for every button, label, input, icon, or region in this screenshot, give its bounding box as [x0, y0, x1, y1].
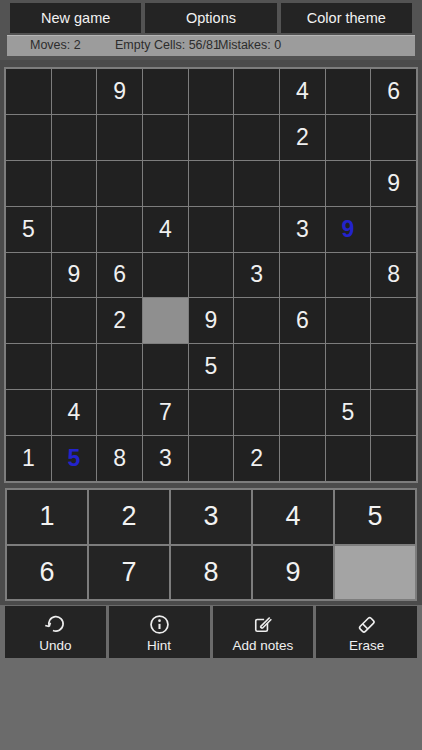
cell-r4c2[interactable] [52, 207, 97, 252]
cell-r3c3[interactable] [97, 161, 142, 206]
cell-r8c9[interactable] [371, 390, 416, 435]
cell-r8c3[interactable] [97, 390, 142, 435]
cell-r5c8[interactable] [326, 253, 371, 298]
cell-r2c5[interactable] [189, 115, 234, 160]
cell-r4c6[interactable] [234, 207, 279, 252]
add-notes-icon [249, 611, 276, 638]
cell-r2c3[interactable] [97, 115, 142, 160]
moves-counter: Moves: 2 [30, 35, 81, 56]
cell-r9c2[interactable]: 5 [52, 436, 97, 481]
cell-r9c9[interactable] [371, 436, 416, 481]
cell-r3c1[interactable] [6, 161, 51, 206]
cell-r6c6[interactable] [234, 298, 279, 343]
sudoku-board: 9462954399638296547515832 [4, 67, 418, 483]
top-section: New game Options Color theme Moves: 2 Em… [0, 0, 422, 60]
cell-r8c8[interactable]: 5 [326, 390, 371, 435]
cell-r3c4[interactable] [143, 161, 188, 206]
cell-r9c1[interactable]: 1 [6, 436, 51, 481]
cell-r6c2[interactable] [52, 298, 97, 343]
cell-r3c9[interactable]: 9 [371, 161, 416, 206]
cell-r5c2[interactable]: 9 [52, 253, 97, 298]
cell-r8c1[interactable] [6, 390, 51, 435]
numpad-key-2[interactable]: 2 [89, 490, 169, 544]
cell-r8c7[interactable] [280, 390, 325, 435]
cell-r5c3[interactable]: 6 [97, 253, 142, 298]
status-bar: Moves: 2 Empty Cells: 56/81 Mistakes: 0 [7, 35, 415, 56]
cell-r1c4[interactable] [143, 69, 188, 114]
bottom-toolbar: Undo Hint Add notes [5, 606, 417, 658]
cell-r7c3[interactable] [97, 344, 142, 389]
cell-r4c3[interactable] [97, 207, 142, 252]
cell-r9c4[interactable]: 3 [143, 436, 188, 481]
erase-button[interactable]: Erase [316, 606, 417, 658]
erase-label: Erase [349, 639, 384, 653]
cell-r9c8[interactable] [326, 436, 371, 481]
cell-r1c7[interactable]: 4 [280, 69, 325, 114]
cell-r1c2[interactable] [52, 69, 97, 114]
numpad-key-6[interactable]: 6 [7, 546, 87, 600]
erase-icon [353, 611, 380, 638]
add-notes-label: Add notes [232, 639, 293, 653]
numpad-key-1[interactable]: 1 [7, 490, 87, 544]
cell-r4c7[interactable]: 3 [280, 207, 325, 252]
cell-r8c6[interactable] [234, 390, 279, 435]
cell-r2c6[interactable] [234, 115, 279, 160]
hint-button[interactable]: Hint [109, 606, 210, 658]
hint-label: Hint [147, 639, 171, 653]
cell-r4c5[interactable] [189, 207, 234, 252]
cell-r3c7[interactable] [280, 161, 325, 206]
cell-r8c5[interactable] [189, 390, 234, 435]
numpad-key-5[interactable]: 5 [335, 490, 415, 544]
cell-r5c5[interactable] [189, 253, 234, 298]
cell-r2c8[interactable] [326, 115, 371, 160]
cell-r5c1[interactable] [6, 253, 51, 298]
cell-r3c2[interactable] [52, 161, 97, 206]
cell-r7c9[interactable] [371, 344, 416, 389]
cell-r6c8[interactable] [326, 298, 371, 343]
cell-r7c7[interactable] [280, 344, 325, 389]
cell-r7c8[interactable] [326, 344, 371, 389]
numpad-key-blank [335, 546, 415, 600]
cell-r3c8[interactable] [326, 161, 371, 206]
cell-r7c6[interactable] [234, 344, 279, 389]
cell-r5c9[interactable]: 8 [371, 253, 416, 298]
cell-r6c5[interactable]: 9 [189, 298, 234, 343]
cell-r5c4[interactable] [143, 253, 188, 298]
undo-button[interactable]: Undo [5, 606, 106, 658]
cell-r8c2[interactable]: 4 [52, 390, 97, 435]
new-game-button[interactable]: New game [10, 3, 141, 33]
cell-r6c9[interactable] [371, 298, 416, 343]
cell-r7c1[interactable] [6, 344, 51, 389]
cell-r3c6[interactable] [234, 161, 279, 206]
cell-r9c5[interactable] [189, 436, 234, 481]
numpad-key-8[interactable]: 8 [171, 546, 251, 600]
number-pad: 123456789 [5, 488, 417, 601]
color-theme-button[interactable]: Color theme [281, 3, 412, 33]
cell-r4c1[interactable]: 5 [6, 207, 51, 252]
cell-r3c5[interactable] [189, 161, 234, 206]
numpad-key-7[interactable]: 7 [89, 546, 169, 600]
cell-r6c1[interactable] [6, 298, 51, 343]
cell-r1c9[interactable]: 6 [371, 69, 416, 114]
cell-r1c1[interactable] [6, 69, 51, 114]
top-menu-bar: New game Options Color theme [10, 3, 412, 33]
cell-r5c7[interactable] [280, 253, 325, 298]
cell-r7c4[interactable] [143, 344, 188, 389]
cell-r1c3[interactable]: 9 [97, 69, 142, 114]
cell-r5c6[interactable]: 3 [234, 253, 279, 298]
numpad-key-4[interactable]: 4 [253, 490, 333, 544]
add-notes-button[interactable]: Add notes [213, 606, 314, 658]
cell-r6c7[interactable]: 6 [280, 298, 325, 343]
cell-r1c6[interactable] [234, 69, 279, 114]
cell-r7c2[interactable] [52, 344, 97, 389]
cell-r7c5[interactable]: 5 [189, 344, 234, 389]
cell-r6c3[interactable]: 2 [97, 298, 142, 343]
board-section: 9462954399638296547515832 123456789 [0, 60, 422, 605]
numpad-key-3[interactable]: 3 [171, 490, 251, 544]
cell-r2c1[interactable] [6, 115, 51, 160]
sudoku-app: New game Options Color theme Moves: 2 Em… [0, 0, 422, 750]
options-button[interactable]: Options [145, 3, 276, 33]
cell-r4c9[interactable] [371, 207, 416, 252]
cell-r1c8[interactable] [326, 69, 371, 114]
cell-r2c9[interactable] [371, 115, 416, 160]
empty-cells-counter: Empty Cells: 56/81 [115, 35, 220, 56]
cell-r9c7[interactable] [280, 436, 325, 481]
cell-r2c2[interactable] [52, 115, 97, 160]
cell-r4c8[interactable]: 9 [326, 207, 371, 252]
cell-r1c5[interactable] [189, 69, 234, 114]
cell-r8c4[interactable]: 7 [143, 390, 188, 435]
cell-r6c4[interactable] [143, 298, 188, 343]
cell-r2c4[interactable] [143, 115, 188, 160]
cell-r9c3[interactable]: 8 [97, 436, 142, 481]
cell-r4c4[interactable]: 4 [143, 207, 188, 252]
mistakes-counter: Mistakes: 0 [218, 35, 281, 56]
undo-label: Undo [39, 639, 71, 653]
undo-icon [42, 611, 69, 638]
numpad-key-9[interactable]: 9 [253, 546, 333, 600]
cell-r9c6[interactable]: 2 [234, 436, 279, 481]
hint-icon [146, 611, 173, 638]
cell-r2c7[interactable]: 2 [280, 115, 325, 160]
